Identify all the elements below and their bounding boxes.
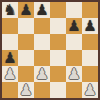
board-square-r2c2[interactable] — [18, 18, 34, 34]
board-square-r4c6[interactable] — [82, 50, 98, 66]
board-square-r3c6[interactable] — [82, 34, 98, 50]
board-square-r3c2[interactable] — [18, 34, 34, 50]
board-square-r3c3[interactable] — [34, 34, 50, 50]
black-pawn-piece: ♟ — [67, 18, 80, 34]
board-square-r6c5[interactable] — [66, 82, 82, 98]
black-pawn-piece: ♟ — [19, 2, 32, 18]
black-pawn-piece: ♟ — [35, 2, 48, 18]
board-square-r2c3[interactable] — [34, 18, 50, 34]
board-square-r6c6[interactable]: ♟ — [82, 82, 98, 98]
board-square-r1c3[interactable]: ♟ — [34, 2, 50, 18]
board-square-r6c4[interactable] — [50, 82, 66, 98]
board-square-r5c3[interactable]: ♟ — [34, 66, 50, 82]
board-square-r1c2[interactable]: ♟ — [18, 2, 34, 18]
board-square-r4c4[interactable] — [50, 50, 66, 66]
board-square-r5c1[interactable]: ♟ — [2, 66, 18, 82]
white-pawn-piece: ♟ — [3, 66, 16, 82]
board-square-r2c5[interactable]: ♟ — [66, 18, 82, 34]
white-pawn-piece: ♟ — [35, 66, 48, 82]
board-square-r5c4[interactable] — [50, 66, 66, 82]
board-square-r5c5[interactable]: ♟ — [66, 66, 82, 82]
board-square-r6c2[interactable]: ♟ — [18, 82, 34, 98]
board-square-r1c4[interactable] — [50, 2, 66, 18]
board-square-r3c5[interactable] — [66, 34, 82, 50]
black-pawn-piece: ♟ — [3, 50, 16, 66]
chess-board: ♞♟♟♟♟♟♟♟♟♟♟ — [2, 2, 98, 98]
board-square-r2c6[interactable]: ♟ — [82, 18, 98, 34]
black-knight-piece: ♞ — [3, 2, 16, 18]
board-square-r3c4[interactable] — [50, 34, 66, 50]
board-square-r2c4[interactable] — [50, 18, 66, 34]
black-pawn-piece: ♟ — [83, 18, 96, 34]
chess-board-frame: ♞♟♟♟♟♟♟♟♟♟♟ — [0, 0, 100, 100]
white-pawn-piece: ♟ — [83, 82, 96, 98]
white-pawn-piece: ♟ — [67, 66, 80, 82]
board-square-r4c2[interactable] — [18, 50, 34, 66]
board-square-r6c1[interactable] — [2, 82, 18, 98]
board-square-r6c3[interactable] — [34, 82, 50, 98]
board-square-r1c1[interactable]: ♞ — [2, 2, 18, 18]
white-pawn-piece: ♟ — [19, 82, 32, 98]
board-square-r2c1[interactable] — [2, 18, 18, 34]
